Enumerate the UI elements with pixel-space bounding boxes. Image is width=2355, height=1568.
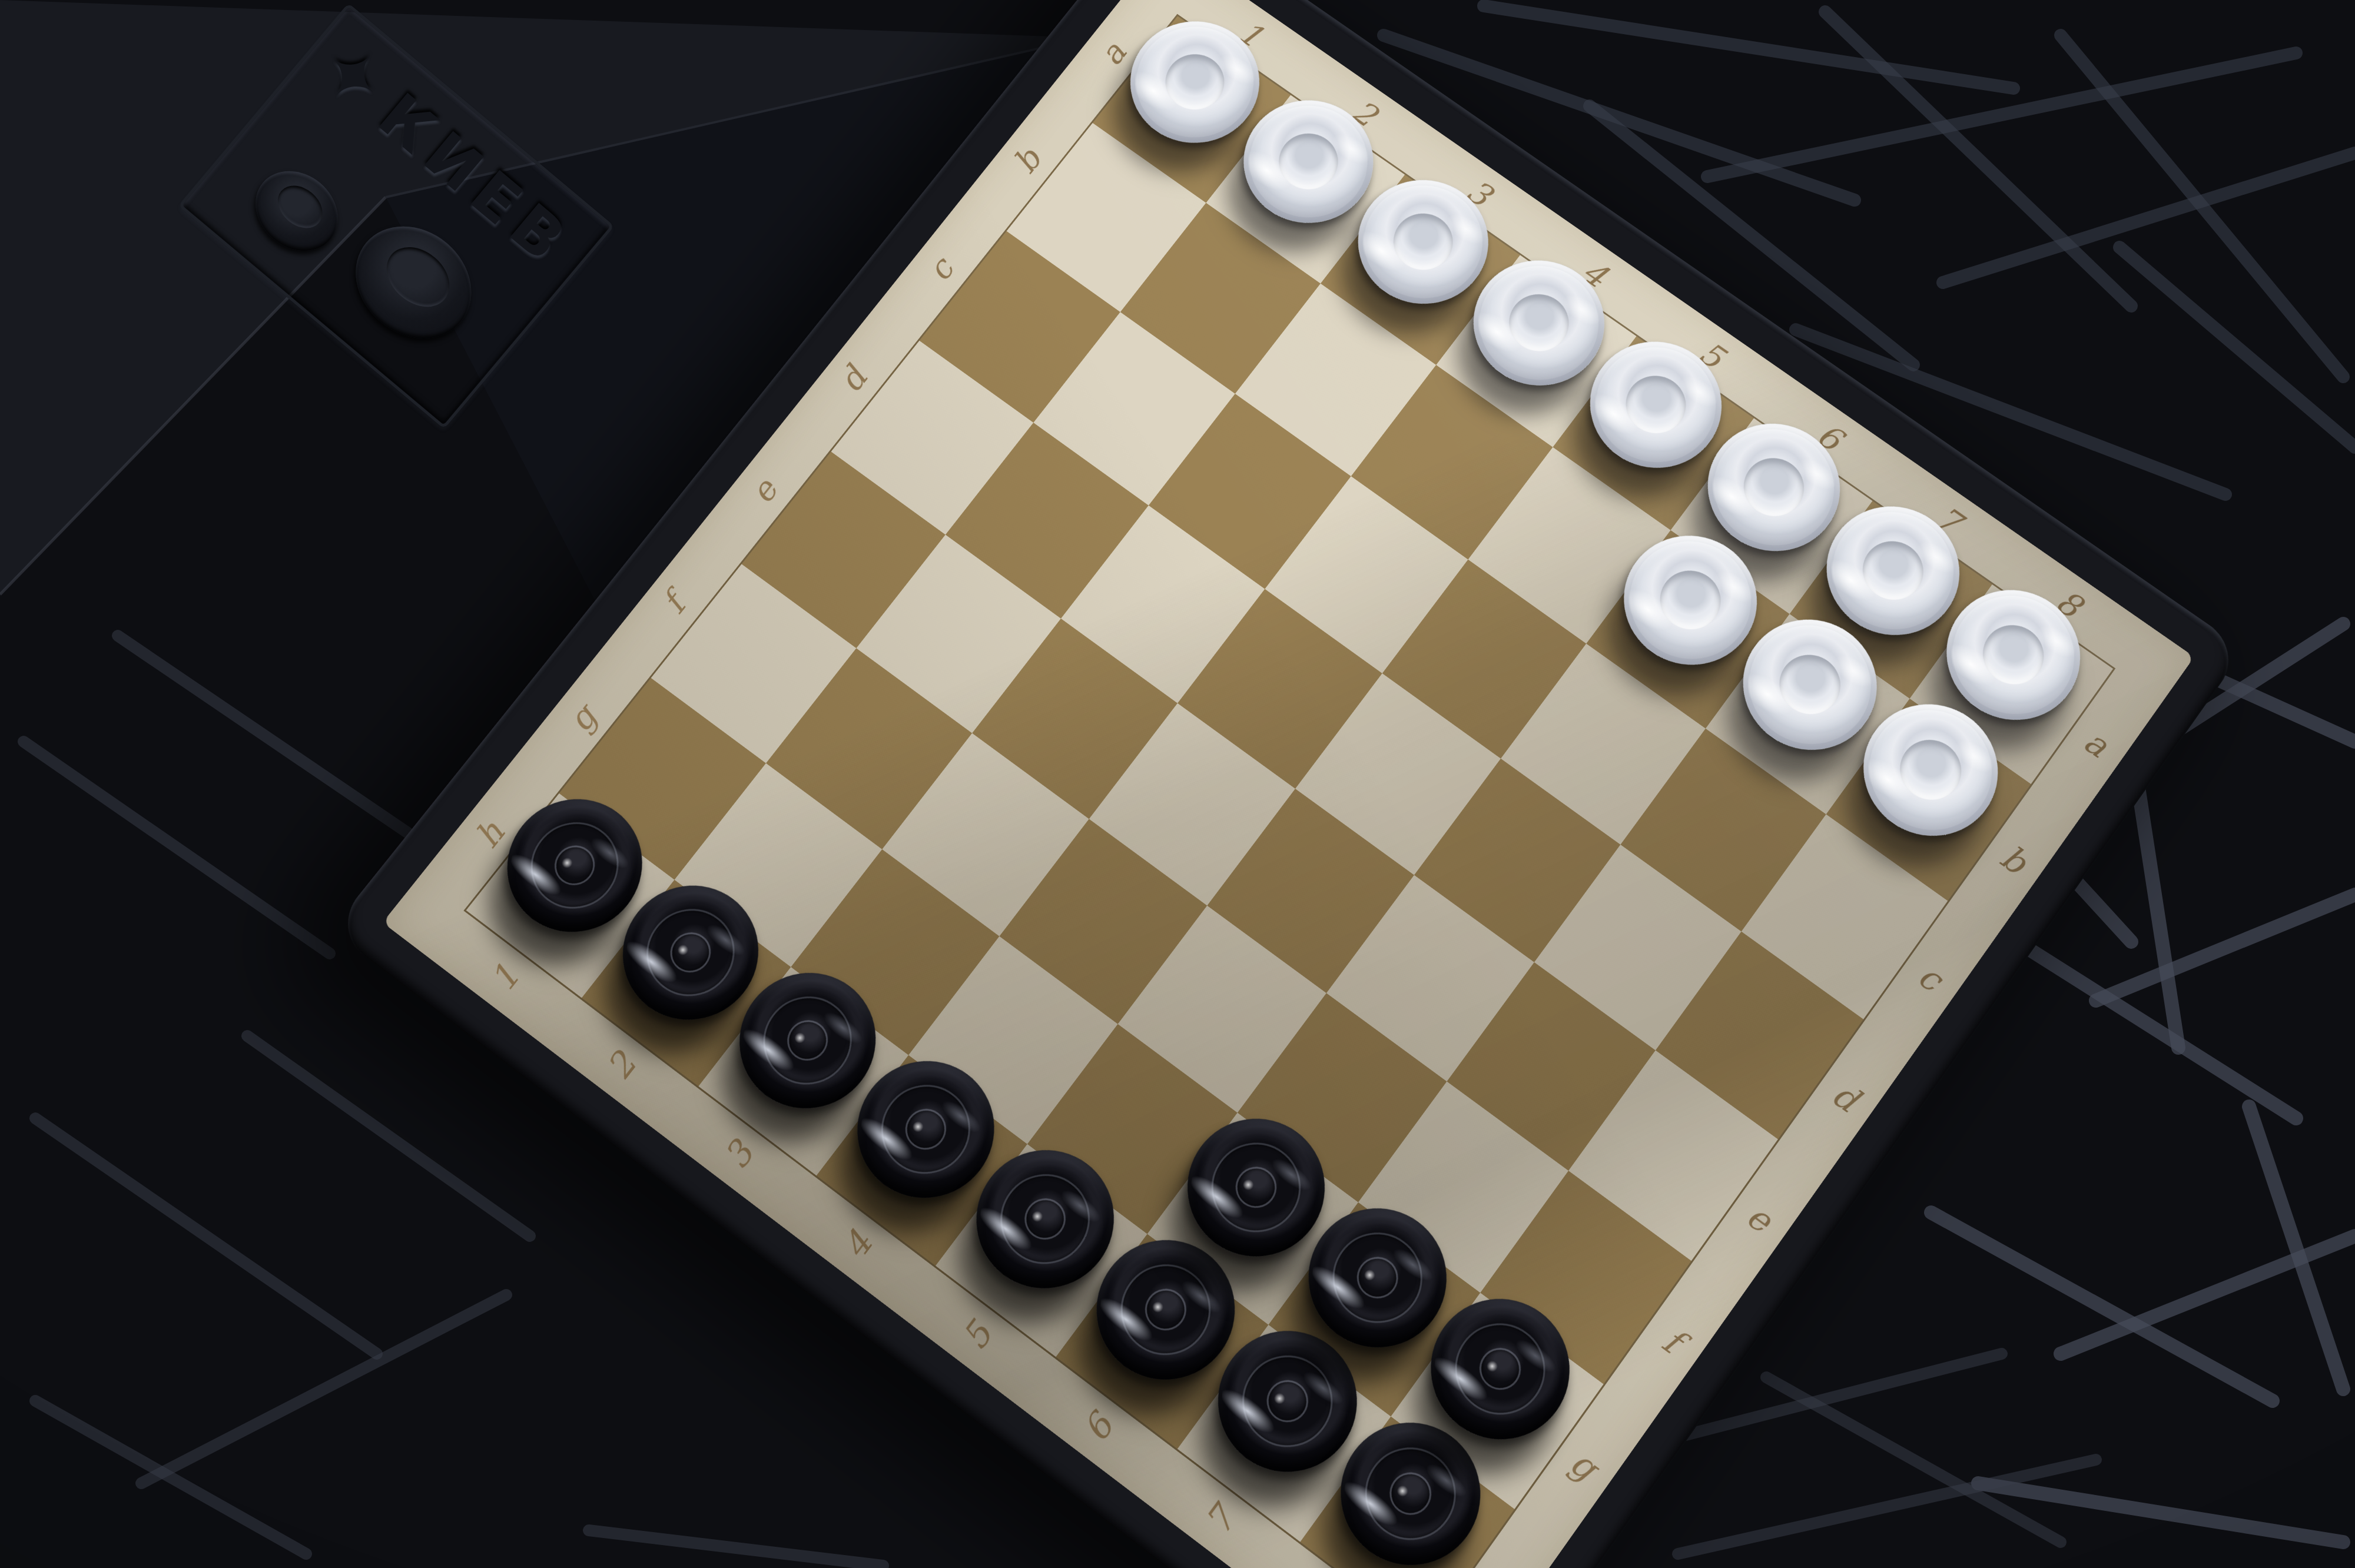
lid-logo-icon: ✦ bbox=[307, 31, 397, 123]
embossed-checker-icon bbox=[240, 155, 354, 267]
embossed-checker-icon bbox=[333, 203, 494, 361]
photo-stage: ✦ КИЕВ 11aa22bb33cc44dd55ee66ff77gg88hh bbox=[0, 0, 2355, 1568]
